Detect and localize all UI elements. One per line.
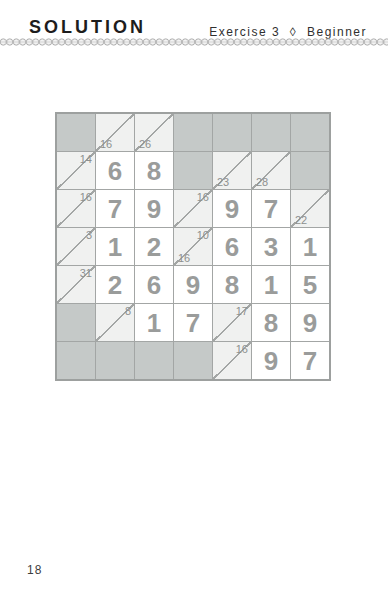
answer-digit: 6 [147,272,161,298]
answer-digit: 3 [264,234,278,260]
answer-cell: 1 [135,304,173,341]
blocked-cell [174,342,212,379]
answer-digit: 8 [264,310,278,336]
answer-digit: 9 [225,196,239,222]
down-clue-number: 26 [139,138,151,150]
blocked-cell [213,114,251,151]
clue-cell: 16 [96,114,134,151]
answer-digit: 9 [147,196,161,222]
answer-cell: 7 [96,190,134,227]
blocked-cell [135,342,173,379]
answer-digit: 7 [264,196,278,222]
clue-cell: 16 [57,190,95,227]
clue-cell: 16 [213,342,251,379]
answer-digit: 5 [303,272,317,298]
blocked-cell [291,114,329,151]
across-clue-number: 31 [80,267,92,279]
clue-cell: 26 [135,114,173,151]
across-clue-number: 16 [236,343,248,355]
down-clue-number: 22 [295,214,307,226]
blocked-cell [57,114,95,151]
kakuro-grid: 1626146823281679169722312101663131269815… [55,112,331,381]
answer-cell: 9 [291,304,329,341]
answer-cell: 9 [252,342,290,379]
answer-cell: 8 [213,266,251,303]
down-clue-number: 23 [217,176,229,188]
answer-digit: 6 [108,158,122,184]
across-clue-number: 8 [125,305,131,317]
across-clue-number: 16 [80,191,92,203]
clue-cell: 14 [57,152,95,189]
answer-cell: 2 [96,266,134,303]
answer-digit: 1 [264,272,278,298]
answer-digit: 8 [225,272,239,298]
down-clue-number: 16 [100,138,112,150]
down-clue-number: 16 [178,252,190,264]
answer-cell: 3 [252,228,290,265]
answer-cell: 1 [291,228,329,265]
answer-cell: 5 [291,266,329,303]
page-number: 18 [27,563,42,577]
answer-cell: 9 [174,266,212,303]
answer-cell: 6 [135,266,173,303]
answer-cell: 6 [96,152,134,189]
across-clue-number: 3 [86,229,92,241]
across-clue-number: 10 [197,229,209,241]
answer-cell: 7 [252,190,290,227]
blocked-cell [252,114,290,151]
answer-digit: 9 [186,272,200,298]
answer-digit: 1 [108,234,122,260]
answer-digit: 1 [303,234,317,260]
blocked-cell [174,114,212,151]
answer-cell: 9 [213,190,251,227]
answer-digit: 7 [186,310,200,336]
clue-cell: 3 [57,228,95,265]
answer-cell: 1 [252,266,290,303]
clue-cell: 28 [252,152,290,189]
answer-digit: 8 [147,158,161,184]
blocked-cell [291,152,329,189]
clue-cell: 31 [57,266,95,303]
answer-digit: 9 [303,310,317,336]
answer-digit: 7 [108,196,122,222]
down-clue-number: 28 [256,176,268,188]
page-title: SOLUTION [29,17,146,38]
answer-digit: 7 [303,348,317,374]
blocked-cell [57,304,95,341]
clue-cell: 16 [174,190,212,227]
answer-cell: 6 [213,228,251,265]
answer-digit: 1 [147,310,161,336]
answer-cell: 2 [135,228,173,265]
clue-cell: 1016 [174,228,212,265]
across-clue-number: 14 [80,153,92,165]
answer-cell: 9 [135,190,173,227]
answer-digit: 2 [108,272,122,298]
clue-cell: 8 [96,304,134,341]
answer-cell: 1 [96,228,134,265]
across-clue-number: 17 [236,305,248,317]
answer-digit: 9 [264,348,278,374]
blocked-cell [57,342,95,379]
clue-cell: 23 [213,152,251,189]
blocked-cell [96,342,134,379]
clue-cell: 22 [291,190,329,227]
clue-cell: 17 [213,304,251,341]
chain-divider-ornament [0,37,388,47]
answer-cell: 8 [252,304,290,341]
answer-cell: 8 [135,152,173,189]
answer-digit: 6 [225,234,239,260]
answer-cell: 7 [174,304,212,341]
blocked-cell [174,152,212,189]
answer-cell: 7 [291,342,329,379]
answer-digit: 2 [147,234,161,260]
across-clue-number: 16 [197,191,209,203]
